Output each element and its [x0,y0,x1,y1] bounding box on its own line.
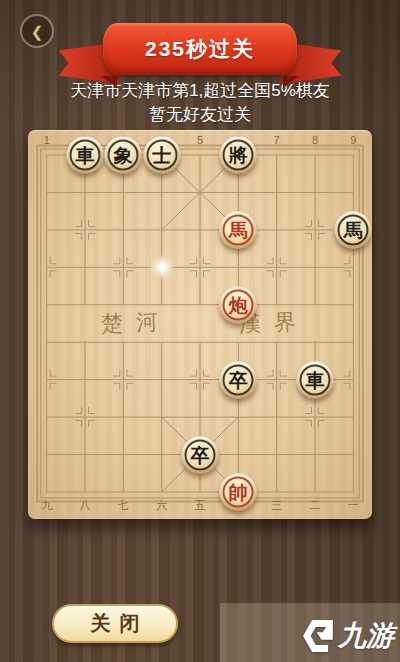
piece-character: 馬 [344,220,363,239]
black-piece: 象 [105,137,142,174]
watermark-text: 九游 [338,617,394,655]
rank-text-line2: 暂无好友过关 [0,103,400,126]
sparkle-effect [148,253,176,281]
jiuyou-logo-icon [302,619,336,653]
file-label-bottom: 六 [152,498,172,513]
black-piece: 卒 [220,361,257,398]
piece-ring: 炮 [223,289,254,320]
xiangqi-board: 123456789九八七六五四三二一楚河漢界車象士將馬馬炮卒車卒帥 [28,130,372,519]
wood-background: ❮ 235秒过关 天津市天津市第1,超过全国5%棋友 暂无好友过关 123456… [0,0,400,662]
piece-character: 炮 [229,295,248,314]
piece-ring: 士 [146,140,177,171]
red-piece: 帥 [220,473,257,510]
piece-character: 車 [76,146,95,165]
piece-character: 將 [229,146,248,165]
back-button[interactable]: ❮ [20,14,54,48]
black-piece: 車 [297,361,334,398]
piece-character: 馬 [229,220,248,239]
red-piece: 炮 [220,286,257,323]
file-label-bottom: 五 [190,498,210,513]
back-arrow-icon: ❮ [31,24,44,39]
piece-character: 象 [114,146,133,165]
ribbon-band: 235秒过关 [103,23,297,75]
file-label-top: 9 [343,134,363,146]
file-label-bottom: 三 [267,498,287,513]
piece-ring: 馬 [338,214,369,245]
piece-character: 卒 [191,445,210,464]
piece-ring: 象 [108,140,139,171]
black-piece: 馬 [335,211,372,248]
red-piece: 馬 [220,211,257,248]
file-label-bottom: 七 [113,498,133,513]
close-button[interactable]: 关闭 [52,604,178,643]
rank-text-line1: 天津市天津市第1,超过全国5%棋友 [0,79,400,102]
piece-character: 車 [306,370,325,389]
file-label-bottom: 二 [305,498,325,513]
close-button-label: 关闭 [82,610,149,637]
file-label-bottom: 一 [343,498,363,513]
file-label-bottom: 八 [75,498,95,513]
piece-character: 帥 [229,482,248,501]
piece-character: 卒 [229,370,248,389]
file-label-bottom: 九 [37,498,57,513]
piece-ring: 卒 [223,364,254,395]
piece-ring: 車 [300,364,331,395]
file-label-top: 1 [37,134,57,146]
file-label-top: 5 [190,134,210,146]
piece-ring: 馬 [223,214,254,245]
river-label-chu-he: 楚河 [100,307,171,339]
result-ribbon: 235秒过关 [55,18,345,82]
black-piece: 士 [143,137,180,174]
file-label-top: 7 [267,134,287,146]
black-piece: 將 [220,137,257,174]
piece-ring: 車 [70,140,101,171]
piece-character: 士 [152,146,171,165]
black-piece: 車 [67,137,104,174]
banner-title: 235秒过关 [145,35,255,63]
piece-ring: 卒 [185,439,216,470]
file-label-top: 8 [305,134,325,146]
black-piece: 卒 [182,436,219,473]
piece-ring: 帥 [223,476,254,507]
watermark-logo: 九游 [302,616,394,656]
piece-ring: 將 [223,140,254,171]
